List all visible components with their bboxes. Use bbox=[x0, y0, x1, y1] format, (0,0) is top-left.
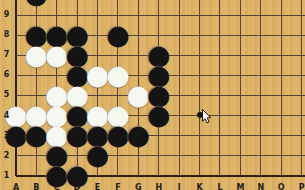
intersection-G8[interactable] bbox=[128, 25, 148, 45]
intersection-O2[interactable] bbox=[271, 146, 291, 166]
col-label-G: G bbox=[132, 183, 144, 190]
intersection-K3[interactable] bbox=[189, 126, 209, 146]
intersection-M6[interactable] bbox=[230, 65, 250, 85]
row-label-2: 2 bbox=[1, 151, 12, 161]
intersection-B4[interactable]: ● bbox=[26, 105, 46, 125]
black-stone-H6: ● bbox=[147, 65, 171, 85]
black-stone-H4: ● bbox=[147, 105, 171, 125]
white-stone-C7: ● bbox=[45, 45, 69, 65]
intersection-N6[interactable] bbox=[250, 65, 270, 85]
intersection-C8[interactable]: ● bbox=[47, 25, 67, 45]
intersection-M2[interactable] bbox=[230, 146, 250, 166]
intersection-O7[interactable] bbox=[271, 45, 291, 65]
intersection-K8[interactable] bbox=[189, 25, 209, 45]
white-stone-C3: ● bbox=[45, 125, 69, 145]
intersection-H5[interactable]: ● bbox=[149, 85, 169, 105]
intersection-P6[interactable] bbox=[291, 65, 305, 85]
intersection-F4[interactable]: ● bbox=[108, 105, 128, 125]
black-stone-E2: ● bbox=[86, 145, 110, 165]
col-label-A: A bbox=[10, 183, 22, 190]
col-label-B: B bbox=[30, 183, 42, 190]
intersection-F3[interactable]: ● bbox=[108, 126, 128, 146]
intersection-E9[interactable] bbox=[87, 5, 107, 25]
col-label-E: E bbox=[92, 183, 104, 190]
intersection-D7[interactable]: ● bbox=[67, 45, 87, 65]
intersection-C4[interactable]: ● bbox=[47, 105, 67, 125]
row-label-4: 4 bbox=[1, 111, 12, 121]
intersection-K7[interactable] bbox=[189, 45, 209, 65]
black-stone-B3: ● bbox=[25, 125, 49, 145]
intersection-K4[interactable] bbox=[189, 105, 209, 125]
black-stone-D6: ● bbox=[65, 65, 89, 85]
intersection-D6[interactable]: ● bbox=[67, 65, 87, 85]
star-point-K4 bbox=[197, 112, 203, 118]
intersection-N2[interactable] bbox=[250, 146, 270, 166]
intersection-H7[interactable]: ● bbox=[149, 45, 169, 65]
intersection-E7[interactable] bbox=[87, 45, 107, 65]
intersection-L2[interactable] bbox=[210, 146, 230, 166]
intersection-G7[interactable] bbox=[128, 45, 148, 65]
intersection-L5[interactable] bbox=[210, 85, 230, 105]
black-stone-F8: ● bbox=[106, 25, 130, 45]
intersection-E4[interactable]: ● bbox=[87, 105, 107, 125]
intersection-D9[interactable] bbox=[67, 5, 87, 25]
intersection-H4[interactable]: ● bbox=[149, 105, 169, 125]
intersection-L8[interactable] bbox=[210, 25, 230, 45]
black-stone-D8: ● bbox=[65, 25, 89, 45]
col-label-J: J bbox=[173, 183, 185, 190]
col-label-N: N bbox=[255, 183, 267, 190]
intersection-J5[interactable] bbox=[169, 85, 189, 105]
intersection-B2[interactable] bbox=[26, 146, 46, 166]
intersection-D8[interactable]: ● bbox=[67, 25, 87, 45]
intersection-H8[interactable] bbox=[149, 25, 169, 45]
intersection-B9[interactable] bbox=[26, 5, 46, 25]
intersection-H3[interactable] bbox=[149, 126, 169, 146]
col-label-C: C bbox=[51, 183, 63, 190]
row-label-7: 7 bbox=[1, 50, 12, 60]
intersection-G3[interactable]: ● bbox=[128, 126, 148, 146]
intersection-E5[interactable] bbox=[87, 85, 107, 105]
white-stone-C5: ● bbox=[45, 85, 69, 105]
white-stone-G5: ● bbox=[127, 85, 151, 105]
col-label-K: K bbox=[194, 183, 206, 190]
intersection-E6[interactable]: ● bbox=[87, 65, 107, 85]
intersection-L4[interactable] bbox=[210, 105, 230, 125]
black-stone-D3: ● bbox=[65, 125, 89, 145]
goban-grid: ●●●●●●●●●●●●●●●●●●●●●●●●●●●●●●●●●●● bbox=[6, 0, 305, 186]
intersection-C2[interactable]: ● bbox=[47, 146, 67, 166]
intersection-K5[interactable] bbox=[189, 85, 209, 105]
intersection-O9[interactable] bbox=[271, 5, 291, 25]
intersection-B7[interactable]: ● bbox=[26, 45, 46, 65]
intersection-P8[interactable] bbox=[291, 25, 305, 45]
intersection-N8[interactable] bbox=[250, 25, 270, 45]
intersection-N7[interactable] bbox=[250, 45, 270, 65]
col-label-L: L bbox=[214, 183, 226, 190]
intersection-D3[interactable]: ● bbox=[67, 126, 87, 146]
white-stone-D5: ● bbox=[65, 85, 89, 105]
intersection-P9[interactable] bbox=[291, 5, 305, 25]
intersection-M5[interactable] bbox=[230, 85, 250, 105]
intersection-D4[interactable]: ● bbox=[67, 105, 87, 125]
intersection-D2[interactable] bbox=[67, 146, 87, 166]
white-stone-E6: ● bbox=[86, 65, 110, 85]
white-stone-F6: ● bbox=[106, 65, 130, 85]
intersection-E2[interactable]: ● bbox=[87, 146, 107, 166]
intersection-J9[interactable] bbox=[169, 5, 189, 25]
black-stone-G3: ● bbox=[127, 125, 151, 145]
intersection-O6[interactable] bbox=[271, 65, 291, 85]
intersection-B8[interactable]: ● bbox=[26, 25, 46, 45]
intersection-F8[interactable]: ● bbox=[108, 25, 128, 45]
intersection-C5[interactable]: ● bbox=[47, 85, 67, 105]
intersection-G5[interactable]: ● bbox=[128, 85, 148, 105]
intersection-E3[interactable]: ● bbox=[87, 126, 107, 146]
row-label-9: 9 bbox=[1, 10, 12, 20]
intersection-P7[interactable] bbox=[291, 45, 305, 65]
intersection-F9[interactable] bbox=[108, 5, 128, 25]
white-stone-F4: ● bbox=[106, 105, 130, 125]
intersection-E8[interactable] bbox=[87, 25, 107, 45]
intersection-K2[interactable] bbox=[189, 146, 209, 166]
intersection-G9[interactable] bbox=[128, 5, 148, 25]
intersection-K9[interactable] bbox=[189, 5, 209, 25]
intersection-H6[interactable]: ● bbox=[149, 65, 169, 85]
intersection-G4[interactable] bbox=[128, 105, 148, 125]
col-label-H: H bbox=[153, 183, 165, 190]
black-stone-D7: ● bbox=[65, 45, 89, 65]
black-stone-D4: ● bbox=[65, 105, 89, 125]
intersection-O5[interactable] bbox=[271, 85, 291, 105]
row-label-6: 6 bbox=[1, 70, 12, 80]
black-stone-B8: ● bbox=[25, 25, 49, 45]
intersection-C3[interactable]: ● bbox=[47, 126, 67, 146]
intersection-P4[interactable] bbox=[291, 105, 305, 125]
intersection-N5[interactable] bbox=[250, 85, 270, 105]
intersection-L3[interactable] bbox=[210, 126, 230, 146]
intersection-P2[interactable] bbox=[291, 146, 305, 166]
row-label-5: 5 bbox=[1, 90, 12, 100]
intersection-M7[interactable] bbox=[230, 45, 250, 65]
black-stone-F3: ● bbox=[106, 125, 130, 145]
intersection-M9[interactable] bbox=[230, 5, 250, 25]
intersection-O8[interactable] bbox=[271, 25, 291, 45]
black-stone-H7: ● bbox=[147, 45, 171, 65]
intersection-P5[interactable] bbox=[291, 85, 305, 105]
col-label-O: O bbox=[275, 183, 287, 190]
col-label-P: P bbox=[296, 183, 305, 190]
intersection-F6[interactable]: ● bbox=[108, 65, 128, 85]
intersection-M8[interactable] bbox=[230, 25, 250, 45]
row-label-1: 1 bbox=[1, 171, 12, 181]
intersection-B3[interactable]: ● bbox=[26, 126, 46, 146]
intersection-P3[interactable] bbox=[291, 126, 305, 146]
intersection-H2[interactable] bbox=[149, 146, 169, 166]
black-stone-B10: ● bbox=[25, 0, 49, 4]
intersection-N3[interactable] bbox=[250, 126, 270, 146]
black-stone-C8: ● bbox=[45, 25, 69, 45]
white-stone-B7: ● bbox=[25, 45, 49, 65]
col-label-F: F bbox=[112, 183, 124, 190]
white-stone-C4: ● bbox=[45, 105, 69, 125]
col-label-M: M bbox=[234, 183, 246, 190]
intersection-L6[interactable] bbox=[210, 65, 230, 85]
intersection-K6[interactable] bbox=[189, 65, 209, 85]
intersection-J8[interactable] bbox=[169, 25, 189, 45]
col-label-D: D bbox=[71, 183, 83, 190]
intersection-N9[interactable] bbox=[250, 5, 270, 25]
intersection-H9[interactable] bbox=[149, 5, 169, 25]
intersection-B6[interactable] bbox=[26, 65, 46, 85]
go-board-screen: ●●●●●●●●●●●●●●●●●●●●●●●●●●●●●●●●●●● 9876… bbox=[0, 0, 305, 190]
intersection-M4[interactable] bbox=[230, 105, 250, 125]
intersection-J2[interactable] bbox=[169, 146, 189, 166]
intersection-F2[interactable] bbox=[108, 146, 128, 166]
black-stone-H5: ● bbox=[147, 85, 171, 105]
intersection-M3[interactable] bbox=[230, 126, 250, 146]
intersection-O4[interactable] bbox=[271, 105, 291, 125]
intersection-J6[interactable] bbox=[169, 65, 189, 85]
intersection-N4[interactable] bbox=[250, 105, 270, 125]
white-stone-B4: ● bbox=[25, 105, 49, 125]
white-stone-E4: ● bbox=[86, 105, 110, 125]
intersection-G2[interactable] bbox=[128, 146, 148, 166]
intersection-O3[interactable] bbox=[271, 126, 291, 146]
black-stone-C2: ● bbox=[45, 145, 69, 165]
intersection-L9[interactable] bbox=[210, 5, 230, 25]
intersection-J4[interactable] bbox=[169, 105, 189, 125]
intersection-D5[interactable]: ● bbox=[67, 85, 87, 105]
intersection-L7[interactable] bbox=[210, 45, 230, 65]
intersection-C9[interactable] bbox=[47, 5, 67, 25]
intersection-G6[interactable] bbox=[128, 65, 148, 85]
intersection-J7[interactable] bbox=[169, 45, 189, 65]
intersection-B5[interactable] bbox=[26, 85, 46, 105]
intersection-C7[interactable]: ● bbox=[47, 45, 67, 65]
intersection-J3[interactable] bbox=[169, 126, 189, 146]
row-label-3: 3 bbox=[1, 131, 12, 141]
intersection-C6[interactable] bbox=[47, 65, 67, 85]
black-stone-E3: ● bbox=[86, 125, 110, 145]
intersection-F5[interactable] bbox=[108, 85, 128, 105]
row-label-8: 8 bbox=[1, 30, 12, 40]
intersection-F7[interactable] bbox=[108, 45, 128, 65]
